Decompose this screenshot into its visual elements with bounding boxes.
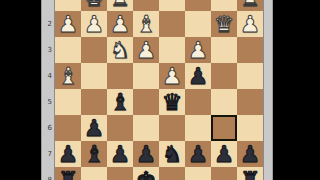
piece-white-pawn[interactable]: ♟ (162, 63, 183, 89)
square-b7[interactable]: ♟ (211, 141, 237, 167)
piece-white-bishop[interactable]: ♝ (58, 63, 79, 89)
square-a7[interactable]: ♟ (237, 141, 263, 167)
square-h3[interactable] (55, 37, 81, 63)
chess-board: ♚♜♜♟♟♟♝♛♟♞♟♟♝♟♟♝♛♟♟♝♟♟♞♟♟♟♜♚♜ (55, 0, 263, 180)
square-a8[interactable]: ♜ (237, 167, 263, 180)
piece-black-pawn[interactable]: ♟ (110, 141, 131, 167)
rank-label-1: 1 (48, 0, 52, 2)
piece-black-pawn[interactable]: ♟ (58, 141, 79, 167)
rank-label-5: 5 (48, 98, 52, 106)
square-h7[interactable]: ♟ (55, 141, 81, 167)
piece-white-rook[interactable]: ♜ (240, 0, 261, 11)
square-c8[interactable] (185, 167, 211, 180)
piece-black-bishop[interactable]: ♝ (110, 89, 131, 115)
square-h8[interactable]: ♜ (55, 167, 81, 180)
piece-black-knight[interactable]: ♞ (162, 141, 183, 167)
square-c3[interactable]: ♟ (185, 37, 211, 63)
rank-label-2: 2 (48, 20, 52, 28)
piece-white-pawn[interactable]: ♟ (136, 37, 157, 63)
piece-white-king[interactable]: ♚ (84, 0, 105, 11)
square-a1[interactable]: ♜ (237, 0, 263, 11)
piece-white-pawn[interactable]: ♟ (240, 11, 261, 37)
square-b1[interactable] (211, 0, 237, 11)
square-c5[interactable] (185, 89, 211, 115)
piece-black-pawn[interactable]: ♟ (188, 141, 209, 167)
square-c2[interactable] (185, 11, 211, 37)
piece-black-pawn[interactable]: ♟ (136, 141, 157, 167)
square-c1[interactable] (185, 0, 211, 11)
square-a6[interactable] (237, 115, 263, 141)
square-c4[interactable]: ♟ (185, 63, 211, 89)
piece-black-rook[interactable]: ♜ (240, 167, 261, 180)
square-c7[interactable]: ♟ (185, 141, 211, 167)
square-g7[interactable]: ♝ (81, 141, 107, 167)
piece-white-queen[interactable]: ♛ (214, 11, 235, 37)
square-f3[interactable]: ♞ (107, 37, 133, 63)
square-h4[interactable]: ♝ (55, 63, 81, 89)
square-b2[interactable]: ♛ (211, 11, 237, 37)
square-h6[interactable] (55, 115, 81, 141)
square-g5[interactable] (81, 89, 107, 115)
square-a4[interactable] (237, 63, 263, 89)
square-f8[interactable] (107, 167, 133, 180)
square-b5[interactable] (211, 89, 237, 115)
square-g3[interactable] (81, 37, 107, 63)
square-d2[interactable] (159, 11, 185, 37)
square-h2[interactable]: ♟ (55, 11, 81, 37)
piece-black-king[interactable]: ♚ (136, 167, 157, 180)
square-d4[interactable]: ♟ (159, 63, 185, 89)
video-frame: 12345678 ♚♜♜♟♟♟♝♛♟♞♟♟♝♟♟♝♛♟♟♝♟♟♞♟♟♟♜♚♜ (0, 0, 320, 180)
piece-black-queen[interactable]: ♛ (162, 89, 183, 115)
square-e5[interactable] (133, 89, 159, 115)
rank-labels-strip: 12345678 (41, 0, 55, 180)
square-d5[interactable]: ♛ (159, 89, 185, 115)
square-d8[interactable] (159, 167, 185, 180)
square-c6[interactable] (185, 115, 211, 141)
square-e7[interactable]: ♟ (133, 141, 159, 167)
square-e1[interactable] (133, 0, 159, 11)
square-b3[interactable] (211, 37, 237, 63)
square-e2[interactable]: ♝ (133, 11, 159, 37)
board-edge-strip (263, 0, 273, 180)
piece-white-rook[interactable]: ♜ (110, 0, 131, 11)
square-e3[interactable]: ♟ (133, 37, 159, 63)
square-d3[interactable] (159, 37, 185, 63)
piece-white-pawn[interactable]: ♟ (58, 11, 79, 37)
square-g8[interactable] (81, 167, 107, 180)
square-f2[interactable]: ♟ (107, 11, 133, 37)
rank-label-8: 8 (48, 176, 52, 180)
square-a5[interactable] (237, 89, 263, 115)
piece-white-pawn[interactable]: ♟ (110, 11, 131, 37)
piece-white-knight[interactable]: ♞ (110, 37, 131, 63)
square-f4[interactable] (107, 63, 133, 89)
square-e6[interactable] (133, 115, 159, 141)
square-a3[interactable] (237, 37, 263, 63)
square-e4[interactable] (133, 63, 159, 89)
square-f5[interactable]: ♝ (107, 89, 133, 115)
square-g4[interactable] (81, 63, 107, 89)
piece-black-pawn[interactable]: ♟ (240, 141, 261, 167)
square-f7[interactable]: ♟ (107, 141, 133, 167)
rank-label-7: 7 (48, 150, 52, 158)
square-d6[interactable] (159, 115, 185, 141)
piece-black-bishop[interactable]: ♝ (84, 141, 105, 167)
square-d7[interactable]: ♞ (159, 141, 185, 167)
square-b6[interactable] (211, 115, 237, 141)
square-h5[interactable] (55, 89, 81, 115)
square-b8[interactable] (211, 167, 237, 180)
square-h1[interactable] (55, 0, 81, 11)
square-g6[interactable]: ♟ (81, 115, 107, 141)
square-f6[interactable] (107, 115, 133, 141)
square-b4[interactable] (211, 63, 237, 89)
piece-black-rook[interactable]: ♜ (58, 167, 79, 180)
square-g1[interactable]: ♚ (81, 0, 107, 11)
square-g2[interactable]: ♟ (81, 11, 107, 37)
square-e8[interactable]: ♚ (133, 167, 159, 180)
square-d1[interactable] (159, 0, 185, 11)
piece-white-bishop[interactable]: ♝ (136, 11, 157, 37)
rank-label-3: 3 (48, 46, 52, 54)
piece-white-pawn[interactable]: ♟ (188, 37, 209, 63)
piece-black-pawn[interactable]: ♟ (214, 141, 235, 167)
piece-black-pawn[interactable]: ♟ (188, 63, 209, 89)
square-f1[interactable]: ♜ (107, 0, 133, 11)
rank-label-6: 6 (48, 124, 52, 132)
rank-label-4: 4 (48, 72, 52, 80)
piece-black-pawn[interactable]: ♟ (84, 115, 105, 141)
square-a2[interactable]: ♟ (237, 11, 263, 37)
piece-white-pawn[interactable]: ♟ (84, 11, 105, 37)
